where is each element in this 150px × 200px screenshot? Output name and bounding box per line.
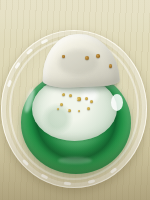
germination-photo [0, 0, 150, 200]
stuck-seed [62, 55, 65, 58]
bowl-reflection-bottom [58, 157, 92, 164]
stuck-seed [85, 56, 89, 60]
germinating-seed [69, 94, 72, 97]
paper-damp-blotch [58, 48, 99, 75]
germinating-seed [60, 103, 63, 106]
germinating-seed [68, 109, 71, 112]
stuck-seed [109, 64, 113, 68]
stuck-seed [96, 54, 99, 57]
germinating-seed [85, 97, 88, 100]
germinating-seed [77, 97, 80, 100]
bowl-reflection-right [111, 94, 123, 111]
germinating-seed [87, 107, 90, 110]
germinating-seed [62, 93, 65, 96]
germinating-seed [90, 100, 93, 103]
